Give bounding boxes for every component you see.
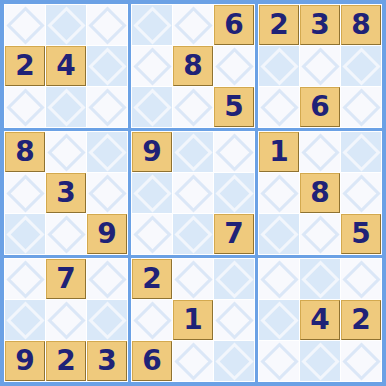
given-cell-r8c5: 1 [173, 300, 213, 340]
empty-cell-r7c1[interactable] [5, 259, 45, 299]
diamond-icon [301, 47, 339, 85]
diamond-icon [260, 260, 298, 298]
given-cell-r7c4: 2 [132, 259, 172, 299]
diamond-icon [301, 133, 339, 171]
given-cell-r3c6: 5 [214, 87, 254, 127]
diamond-icon [6, 88, 44, 126]
diamond-icon [215, 260, 253, 298]
diamond-icon [215, 47, 253, 85]
empty-cell-r5c7[interactable] [259, 173, 299, 213]
diamond-icon [342, 133, 380, 171]
diamond-icon [342, 260, 380, 298]
empty-cell-r4c9[interactable] [341, 132, 381, 172]
empty-cell-r3c9[interactable] [341, 87, 381, 127]
diamond-icon [260, 47, 298, 85]
empty-cell-r5c6[interactable] [214, 173, 254, 213]
empty-cell-r3c2[interactable] [46, 87, 86, 127]
empty-cell-r3c1[interactable] [5, 87, 45, 127]
given-cell-r1c6: 6 [214, 5, 254, 45]
given-cell-r6c9: 5 [341, 214, 381, 254]
empty-cell-r6c4[interactable] [132, 214, 172, 254]
diamond-icon [88, 174, 126, 212]
empty-cell-r8c2[interactable] [46, 300, 86, 340]
empty-cell-r2c9[interactable] [341, 46, 381, 86]
empty-cell-r7c9[interactable] [341, 259, 381, 299]
empty-cell-r2c6[interactable] [214, 46, 254, 86]
empty-cell-r1c1[interactable] [5, 5, 45, 45]
given-cell-r9c2: 2 [46, 341, 86, 381]
diamond-icon [47, 215, 85, 253]
given-cell-r7c2: 7 [46, 259, 86, 299]
box-r1c1: 24 [4, 4, 128, 128]
diamond-icon [88, 88, 126, 126]
box-r3c2: 216 [131, 258, 255, 382]
diamond-icon [342, 174, 380, 212]
empty-cell-r3c3[interactable] [87, 87, 127, 127]
empty-cell-r4c6[interactable] [214, 132, 254, 172]
empty-cell-r5c1[interactable] [5, 173, 45, 213]
box-r2c2: 97 [131, 131, 255, 255]
given-cell-r1c7: 2 [259, 5, 299, 45]
empty-cell-r1c3[interactable] [87, 5, 127, 45]
diamond-icon [133, 88, 171, 126]
diamond-icon [215, 133, 253, 171]
diamond-icon [174, 88, 212, 126]
empty-cell-r6c1[interactable] [5, 214, 45, 254]
given-cell-r2c2: 4 [46, 46, 86, 86]
diamond-icon [342, 47, 380, 85]
diamond-icon [174, 133, 212, 171]
empty-cell-r9c8[interactable] [300, 341, 340, 381]
given-cell-r4c1: 8 [5, 132, 45, 172]
diamond-icon [260, 342, 298, 380]
box-r3c3: 42 [258, 258, 382, 382]
empty-cell-r8c6[interactable] [214, 300, 254, 340]
empty-cell-r9c6[interactable] [214, 341, 254, 381]
given-cell-r4c4: 9 [132, 132, 172, 172]
empty-cell-r2c8[interactable] [300, 46, 340, 86]
diamond-icon [47, 88, 85, 126]
empty-cell-r3c7[interactable] [259, 87, 299, 127]
empty-cell-r5c4[interactable] [132, 173, 172, 213]
given-cell-r6c6: 7 [214, 214, 254, 254]
empty-cell-r5c3[interactable] [87, 173, 127, 213]
given-cell-r9c3: 3 [87, 341, 127, 381]
given-cell-r8c8: 4 [300, 300, 340, 340]
empty-cell-r2c7[interactable] [259, 46, 299, 86]
box-r2c3: 185 [258, 131, 382, 255]
empty-cell-r6c2[interactable] [46, 214, 86, 254]
empty-cell-r3c5[interactable] [173, 87, 213, 127]
box-r1c2: 685 [131, 4, 255, 128]
empty-cell-r4c5[interactable] [173, 132, 213, 172]
diamond-icon [133, 174, 171, 212]
diamond-icon [133, 215, 171, 253]
empty-cell-r4c2[interactable] [46, 132, 86, 172]
empty-cell-r6c8[interactable] [300, 214, 340, 254]
empty-cell-r2c4[interactable] [132, 46, 172, 86]
diamond-icon [301, 260, 339, 298]
empty-cell-r8c1[interactable] [5, 300, 45, 340]
empty-cell-r4c3[interactable] [87, 132, 127, 172]
box-r2c1: 839 [4, 131, 128, 255]
empty-cell-r7c6[interactable] [214, 259, 254, 299]
diamond-icon [174, 174, 212, 212]
diamond-icon [6, 301, 44, 339]
diamond-icon [6, 215, 44, 253]
diamond-icon [47, 133, 85, 171]
box-r1c3: 2386 [258, 4, 382, 128]
diamond-icon [6, 260, 44, 298]
empty-cell-r9c5[interactable] [173, 341, 213, 381]
given-cell-r2c5: 8 [173, 46, 213, 86]
empty-cell-r8c4[interactable] [132, 300, 172, 340]
diamond-icon [88, 133, 126, 171]
given-cell-r9c1: 9 [5, 341, 45, 381]
diamond-icon [6, 174, 44, 212]
diamond-icon [88, 301, 126, 339]
box-r3c1: 7923 [4, 258, 128, 382]
empty-cell-r6c5[interactable] [173, 214, 213, 254]
diamond-icon [88, 260, 126, 298]
given-cell-r5c2: 3 [46, 173, 86, 213]
empty-cell-r7c5[interactable] [173, 259, 213, 299]
given-cell-r1c8: 3 [300, 5, 340, 45]
given-cell-r4c7: 1 [259, 132, 299, 172]
given-cell-r6c3: 9 [87, 214, 127, 254]
diamond-icon [301, 215, 339, 253]
diamond-icon [215, 342, 253, 380]
diamond-icon [301, 342, 339, 380]
empty-cell-r5c9[interactable] [341, 173, 381, 213]
empty-cell-r2c3[interactable] [87, 46, 127, 86]
diamond-icon [260, 215, 298, 253]
empty-cell-r1c5[interactable] [173, 5, 213, 45]
diamond-icon [215, 301, 253, 339]
empty-cell-r1c4[interactable] [132, 5, 172, 45]
diamond-icon [215, 174, 253, 212]
empty-cell-r9c7[interactable] [259, 341, 299, 381]
given-cell-r9c4: 6 [132, 341, 172, 381]
diamond-icon [174, 260, 212, 298]
diamond-icon [47, 6, 85, 44]
diamond-icon [260, 174, 298, 212]
empty-cell-r4c8[interactable] [300, 132, 340, 172]
diamond-icon [174, 6, 212, 44]
empty-cell-r3c4[interactable] [132, 87, 172, 127]
given-cell-r8c9: 2 [341, 300, 381, 340]
diamond-icon [260, 301, 298, 339]
diamond-icon [174, 342, 212, 380]
diamond-icon [88, 47, 126, 85]
diamond-icon [342, 88, 380, 126]
empty-cell-r7c8[interactable] [300, 259, 340, 299]
empty-cell-r5c5[interactable] [173, 173, 213, 213]
diamond-icon [260, 88, 298, 126]
diamond-icon [6, 6, 44, 44]
given-cell-r1c9: 8 [341, 5, 381, 45]
sudoku-board: 24685238683997185792321642 [0, 0, 386, 386]
diamond-icon [133, 6, 171, 44]
empty-cell-r7c3[interactable] [87, 259, 127, 299]
diamond-icon [133, 47, 171, 85]
diamond-icon [342, 342, 380, 380]
diamond-icon [133, 301, 171, 339]
empty-cell-r6c7[interactable] [259, 214, 299, 254]
empty-cell-r9c9[interactable] [341, 341, 381, 381]
empty-cell-r7c7[interactable] [259, 259, 299, 299]
given-cell-r5c8: 8 [300, 173, 340, 213]
given-cell-r2c1: 2 [5, 46, 45, 86]
diamond-icon [174, 215, 212, 253]
diamond-icon [47, 301, 85, 339]
empty-cell-r8c7[interactable] [259, 300, 299, 340]
empty-cell-r1c2[interactable] [46, 5, 86, 45]
diamond-icon [88, 6, 126, 44]
given-cell-r3c8: 6 [300, 87, 340, 127]
empty-cell-r8c3[interactable] [87, 300, 127, 340]
